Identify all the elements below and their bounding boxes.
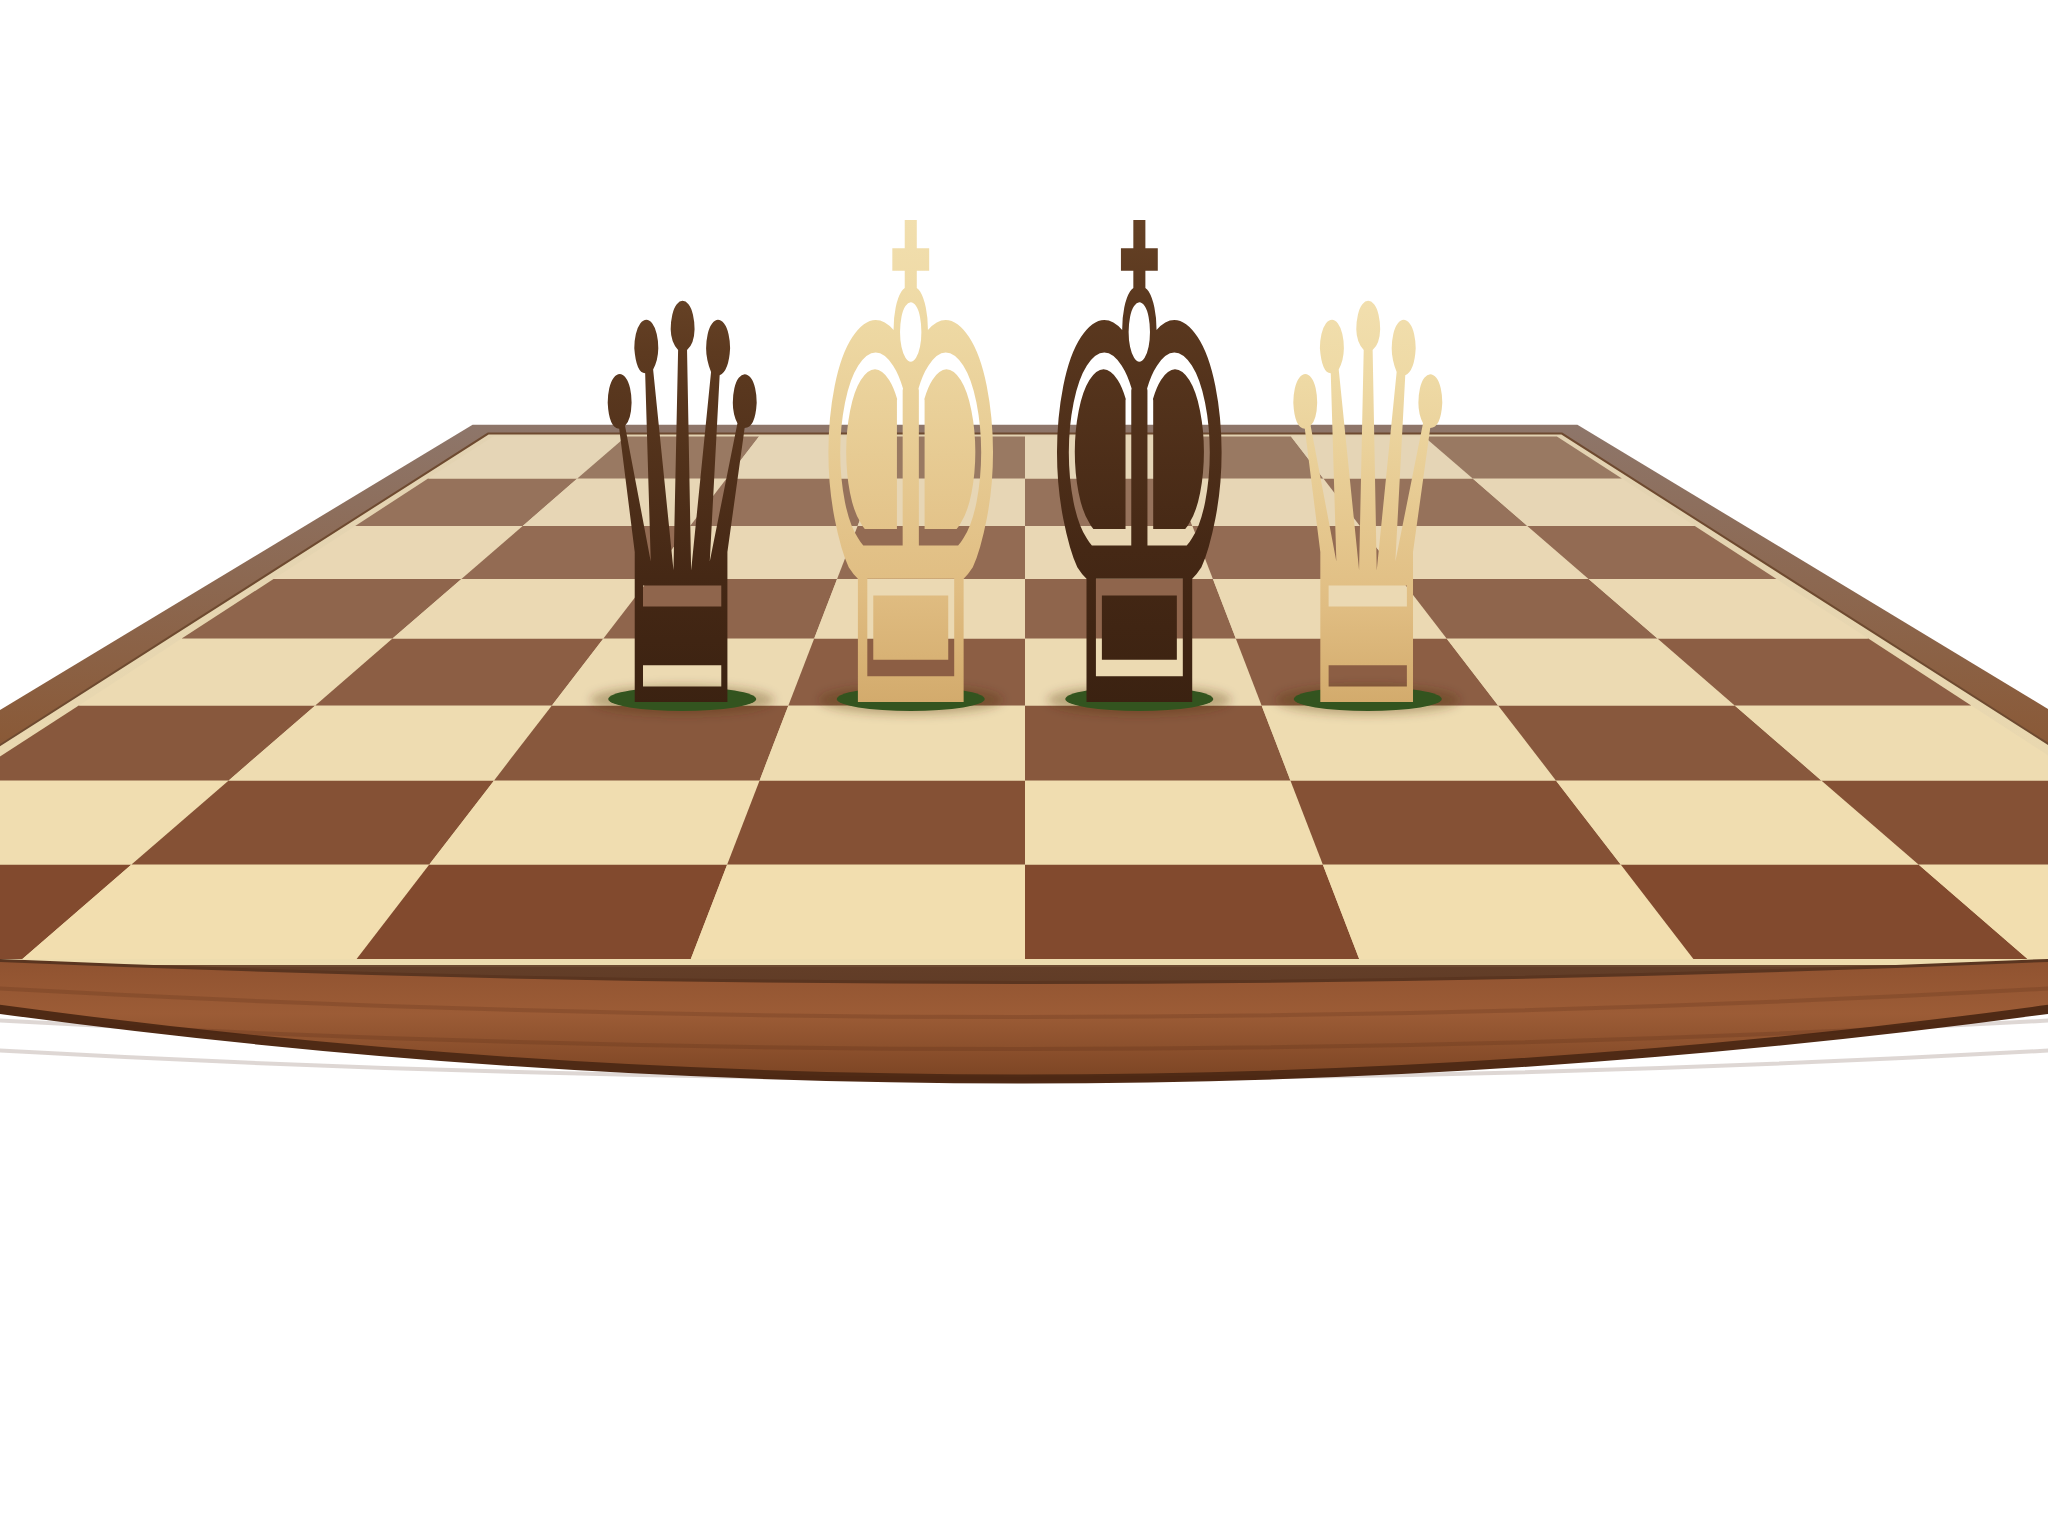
chessboard: ♛♚♚♛ bbox=[0, 0, 2048, 1535]
piece-black-queen-c4[interactable]: ♛ bbox=[583, 193, 781, 832]
piece-black-king-e4[interactable]: ♚ bbox=[1034, 89, 1245, 858]
board-photo-svg: ♛♚♚♛ bbox=[0, 0, 2048, 1535]
product-photo-scene: ♛♚♚♛ bbox=[0, 0, 2048, 1535]
square-d1[interactable] bbox=[691, 865, 1025, 959]
piece-white-king-d4[interactable]: ♚ bbox=[805, 89, 1016, 858]
piece-white-queen-f4[interactable]: ♛ bbox=[1269, 193, 1467, 832]
square-e1[interactable] bbox=[1025, 865, 1359, 959]
